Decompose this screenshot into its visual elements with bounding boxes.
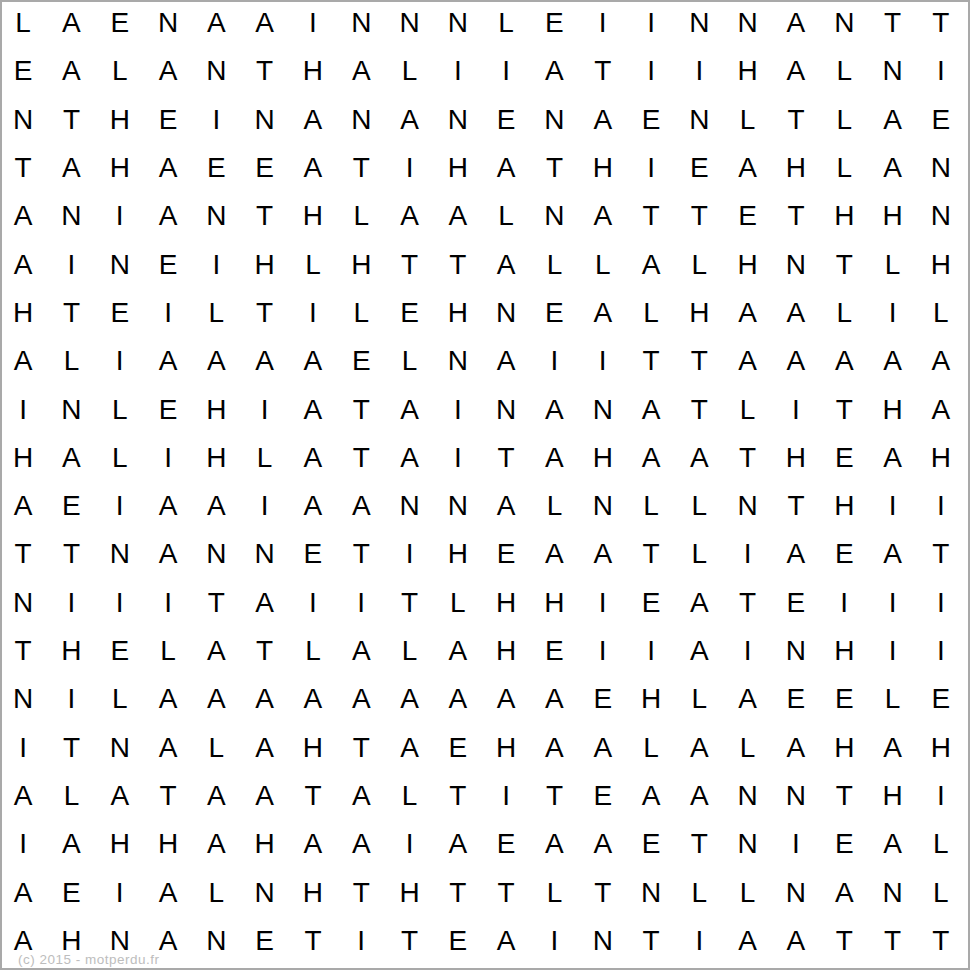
grid-cell[interactable]: H [434, 144, 482, 192]
grid-cell[interactable]: I [723, 627, 771, 675]
grid-cell[interactable]: I [579, 337, 627, 385]
grid-cell[interactable]: A [144, 675, 192, 723]
grid-cell[interactable]: N [820, 0, 868, 47]
grid-cell[interactable]: H [337, 240, 385, 288]
grid-cell[interactable]: A [144, 192, 192, 240]
grid-cell[interactable]: I [627, 0, 675, 47]
grid-cell[interactable]: A [289, 337, 337, 385]
grid-cell[interactable]: I [868, 579, 916, 627]
grid-cell[interactable]: A [868, 144, 916, 192]
grid-cell[interactable]: T [723, 434, 771, 482]
grid-cell[interactable]: L [530, 868, 578, 916]
grid-cell[interactable]: A [0, 917, 47, 965]
grid-cell[interactable]: L [385, 627, 433, 675]
grid-cell[interactable]: T [868, 0, 916, 47]
grid-cell[interactable]: L [47, 337, 95, 385]
grid-cell[interactable]: T [482, 434, 530, 482]
grid-cell[interactable]: I [917, 47, 965, 95]
grid-cell[interactable]: A [385, 192, 433, 240]
grid-cell[interactable]: E [96, 0, 144, 47]
grid-cell[interactable]: E [530, 627, 578, 675]
grid-cell[interactable]: A [772, 337, 820, 385]
grid-cell[interactable]: A [579, 820, 627, 868]
grid-cell[interactable]: T [627, 337, 675, 385]
grid-cell[interactable]: T [289, 917, 337, 965]
grid-cell[interactable]: I [482, 47, 530, 95]
grid-cell[interactable]: A [240, 772, 288, 820]
grid-cell[interactable]: A [482, 917, 530, 965]
grid-cell[interactable]: E [240, 144, 288, 192]
grid-cell[interactable]: H [482, 723, 530, 771]
grid-cell[interactable]: A [868, 337, 916, 385]
grid-cell[interactable]: A [482, 337, 530, 385]
grid-cell[interactable]: E [96, 627, 144, 675]
grid-cell[interactable]: A [917, 385, 965, 433]
grid-cell[interactable]: A [240, 337, 288, 385]
grid-cell[interactable]: A [675, 723, 723, 771]
grid-cell[interactable]: N [723, 482, 771, 530]
grid-cell[interactable]: E [530, 289, 578, 337]
grid-cell[interactable]: T [675, 192, 723, 240]
grid-cell[interactable]: H [96, 96, 144, 144]
grid-cell[interactable]: L [530, 482, 578, 530]
grid-cell[interactable]: T [240, 192, 288, 240]
grid-cell[interactable]: I [579, 0, 627, 47]
grid-cell[interactable]: E [47, 868, 95, 916]
grid-cell[interactable]: T [240, 627, 288, 675]
grid-cell[interactable]: I [772, 820, 820, 868]
grid-cell[interactable]: A [240, 723, 288, 771]
grid-cell[interactable]: H [627, 675, 675, 723]
grid-cell[interactable]: T [675, 337, 723, 385]
grid-cell[interactable]: N [723, 820, 771, 868]
grid-cell[interactable]: A [0, 240, 47, 288]
grid-cell[interactable]: A [0, 337, 47, 385]
grid-cell[interactable]: N [192, 917, 240, 965]
grid-cell[interactable]: A [530, 675, 578, 723]
grid-cell[interactable]: H [772, 434, 820, 482]
grid-cell[interactable]: T [820, 772, 868, 820]
grid-cell[interactable]: T [385, 917, 433, 965]
grid-cell[interactable]: I [434, 47, 482, 95]
grid-cell[interactable]: H [192, 434, 240, 482]
grid-cell[interactable]: A [530, 820, 578, 868]
grid-cell[interactable]: N [434, 482, 482, 530]
grid-cell[interactable]: A [917, 337, 965, 385]
grid-cell[interactable]: E [579, 772, 627, 820]
grid-cell[interactable]: N [772, 868, 820, 916]
grid-cell[interactable]: T [337, 723, 385, 771]
grid-cell[interactable]: L [868, 675, 916, 723]
grid-cell[interactable]: I [289, 579, 337, 627]
grid-cell[interactable]: A [337, 627, 385, 675]
grid-cell[interactable]: T [434, 772, 482, 820]
grid-cell[interactable]: A [289, 434, 337, 482]
grid-cell[interactable]: T [337, 434, 385, 482]
grid-cell[interactable]: T [723, 579, 771, 627]
grid-cell[interactable]: I [96, 482, 144, 530]
grid-cell[interactable]: E [385, 289, 433, 337]
grid-cell[interactable]: L [723, 868, 771, 916]
grid-cell[interactable]: E [337, 337, 385, 385]
grid-cell[interactable]: A [530, 385, 578, 433]
grid-cell[interactable]: E [820, 675, 868, 723]
grid-cell[interactable]: A [868, 530, 916, 578]
grid-cell[interactable]: A [579, 723, 627, 771]
grid-cell[interactable]: N [675, 96, 723, 144]
grid-cell[interactable]: A [385, 723, 433, 771]
grid-cell[interactable]: I [530, 917, 578, 965]
grid-cell[interactable]: T [240, 47, 288, 95]
grid-cell[interactable]: T [144, 772, 192, 820]
grid-cell[interactable]: I [385, 144, 433, 192]
grid-cell[interactable]: L [192, 289, 240, 337]
grid-cell[interactable]: N [144, 0, 192, 47]
grid-cell[interactable]: I [579, 627, 627, 675]
grid-cell[interactable]: N [96, 917, 144, 965]
grid-cell[interactable]: H [240, 240, 288, 288]
grid-cell[interactable]: N [772, 772, 820, 820]
grid-cell[interactable]: A [434, 627, 482, 675]
grid-cell[interactable]: I [530, 337, 578, 385]
grid-cell[interactable]: A [530, 723, 578, 771]
grid-cell[interactable]: T [337, 144, 385, 192]
grid-cell[interactable]: E [723, 192, 771, 240]
grid-cell[interactable]: L [96, 47, 144, 95]
grid-cell[interactable]: E [434, 917, 482, 965]
grid-cell[interactable]: E [530, 0, 578, 47]
grid-cell[interactable]: H [917, 240, 965, 288]
grid-cell[interactable]: A [482, 675, 530, 723]
grid-cell[interactable]: A [144, 144, 192, 192]
grid-cell[interactable]: I [0, 820, 47, 868]
grid-cell[interactable]: A [820, 868, 868, 916]
grid-cell[interactable]: E [675, 144, 723, 192]
grid-cell[interactable]: N [240, 530, 288, 578]
grid-cell[interactable]: N [627, 868, 675, 916]
grid-cell[interactable]: H [868, 192, 916, 240]
grid-cell[interactable]: A [772, 289, 820, 337]
grid-cell[interactable]: E [627, 579, 675, 627]
grid-cell[interactable]: A [240, 579, 288, 627]
grid-cell[interactable]: T [917, 0, 965, 47]
grid-cell[interactable]: L [192, 723, 240, 771]
grid-cell[interactable]: H [530, 579, 578, 627]
grid-cell[interactable]: A [144, 868, 192, 916]
grid-cell[interactable]: I [0, 385, 47, 433]
grid-cell[interactable]: T [385, 579, 433, 627]
grid-cell[interactable]: I [723, 530, 771, 578]
grid-cell[interactable]: A [0, 868, 47, 916]
grid-cell[interactable]: T [917, 530, 965, 578]
grid-cell[interactable]: E [434, 723, 482, 771]
grid-cell[interactable]: N [530, 192, 578, 240]
grid-cell[interactable]: N [0, 96, 47, 144]
grid-cell[interactable]: A [289, 675, 337, 723]
grid-cell[interactable]: A [385, 385, 433, 433]
grid-cell[interactable]: A [434, 820, 482, 868]
grid-cell[interactable]: I [192, 96, 240, 144]
grid-cell[interactable]: E [772, 675, 820, 723]
grid-cell[interactable]: L [868, 240, 916, 288]
grid-cell[interactable]: A [337, 772, 385, 820]
grid-cell[interactable]: A [192, 337, 240, 385]
grid-cell[interactable]: A [144, 530, 192, 578]
grid-cell[interactable]: T [772, 482, 820, 530]
grid-cell[interactable]: H [47, 627, 95, 675]
grid-cell[interactable]: L [579, 240, 627, 288]
grid-cell[interactable]: N [240, 96, 288, 144]
grid-cell[interactable]: A [47, 0, 95, 47]
grid-cell[interactable]: A [772, 723, 820, 771]
grid-cell[interactable]: L [820, 289, 868, 337]
grid-cell[interactable]: L [96, 385, 144, 433]
grid-cell[interactable]: A [868, 820, 916, 868]
grid-cell[interactable]: H [482, 627, 530, 675]
grid-cell[interactable]: E [579, 675, 627, 723]
grid-cell[interactable]: L [627, 482, 675, 530]
grid-cell[interactable]: N [917, 192, 965, 240]
grid-cell[interactable]: H [289, 192, 337, 240]
grid-cell[interactable]: A [192, 0, 240, 47]
grid-cell[interactable]: L [675, 530, 723, 578]
grid-cell[interactable]: T [0, 144, 47, 192]
grid-cell[interactable]: A [579, 530, 627, 578]
grid-cell[interactable]: N [385, 482, 433, 530]
grid-cell[interactable]: A [723, 289, 771, 337]
grid-cell[interactable]: I [96, 337, 144, 385]
grid-cell[interactable]: L [820, 96, 868, 144]
grid-cell[interactable]: N [240, 868, 288, 916]
grid-cell[interactable]: T [482, 868, 530, 916]
grid-cell[interactable]: T [820, 240, 868, 288]
grid-cell[interactable]: I [47, 240, 95, 288]
grid-cell[interactable]: N [385, 0, 433, 47]
grid-cell[interactable]: A [772, 917, 820, 965]
grid-cell[interactable]: H [820, 627, 868, 675]
grid-cell[interactable]: A [144, 337, 192, 385]
grid-cell[interactable]: A [723, 144, 771, 192]
grid-cell[interactable]: L [385, 772, 433, 820]
grid-cell[interactable]: H [434, 289, 482, 337]
grid-cell[interactable]: T [820, 385, 868, 433]
grid-cell[interactable]: A [337, 820, 385, 868]
grid-cell[interactable]: L [96, 434, 144, 482]
grid-cell[interactable]: A [192, 675, 240, 723]
grid-cell[interactable]: A [192, 482, 240, 530]
grid-cell[interactable]: N [192, 192, 240, 240]
grid-cell[interactable]: T [434, 868, 482, 916]
grid-cell[interactable]: I [627, 627, 675, 675]
grid-cell[interactable]: A [579, 192, 627, 240]
grid-cell[interactable]: N [579, 917, 627, 965]
grid-cell[interactable]: A [192, 627, 240, 675]
grid-cell[interactable]: A [240, 0, 288, 47]
grid-cell[interactable]: L [723, 96, 771, 144]
grid-cell[interactable]: T [47, 723, 95, 771]
grid-cell[interactable]: A [289, 482, 337, 530]
grid-cell[interactable]: L [482, 0, 530, 47]
grid-cell[interactable]: I [240, 482, 288, 530]
grid-cell[interactable]: T [434, 240, 482, 288]
grid-cell[interactable]: T [47, 96, 95, 144]
grid-cell[interactable]: A [675, 772, 723, 820]
grid-cell[interactable]: I [144, 579, 192, 627]
grid-cell[interactable]: L [289, 627, 337, 675]
grid-cell[interactable]: T [868, 917, 916, 965]
grid-cell[interactable]: N [96, 723, 144, 771]
grid-cell[interactable]: L [675, 868, 723, 916]
grid-cell[interactable]: A [385, 434, 433, 482]
grid-cell[interactable]: T [47, 530, 95, 578]
grid-cell[interactable]: A [675, 434, 723, 482]
grid-cell[interactable]: E [820, 530, 868, 578]
grid-cell[interactable]: L [917, 820, 965, 868]
grid-cell[interactable]: L [385, 337, 433, 385]
grid-cell[interactable]: N [96, 530, 144, 578]
grid-cell[interactable]: A [723, 337, 771, 385]
grid-cell[interactable]: T [579, 868, 627, 916]
grid-cell[interactable]: A [627, 772, 675, 820]
grid-cell[interactable]: E [820, 434, 868, 482]
grid-cell[interactable]: A [289, 820, 337, 868]
grid-cell[interactable]: I [917, 482, 965, 530]
grid-cell[interactable]: E [482, 96, 530, 144]
grid-cell[interactable]: I [385, 820, 433, 868]
grid-cell[interactable]: N [579, 482, 627, 530]
grid-cell[interactable]: A [47, 820, 95, 868]
grid-cell[interactable]: A [144, 917, 192, 965]
grid-cell[interactable]: H [0, 434, 47, 482]
grid-cell[interactable]: H [772, 144, 820, 192]
grid-cell[interactable]: A [385, 675, 433, 723]
grid-cell[interactable]: A [772, 0, 820, 47]
grid-cell[interactable]: I [917, 579, 965, 627]
grid-cell[interactable]: I [96, 192, 144, 240]
grid-cell[interactable]: A [47, 47, 95, 95]
grid-cell[interactable]: E [144, 240, 192, 288]
grid-cell[interactable]: N [47, 385, 95, 433]
grid-cell[interactable]: A [579, 289, 627, 337]
grid-cell[interactable]: L [240, 434, 288, 482]
grid-cell[interactable]: I [434, 434, 482, 482]
grid-cell[interactable]: E [627, 96, 675, 144]
grid-cell[interactable]: H [192, 385, 240, 433]
grid-cell[interactable]: E [144, 96, 192, 144]
grid-cell[interactable]: A [579, 96, 627, 144]
grid-cell[interactable]: N [723, 772, 771, 820]
grid-cell[interactable]: H [868, 385, 916, 433]
grid-cell[interactable]: N [434, 96, 482, 144]
grid-cell[interactable]: H [289, 723, 337, 771]
grid-cell[interactable]: N [868, 47, 916, 95]
grid-cell[interactable]: E [0, 47, 47, 95]
grid-cell[interactable]: I [289, 289, 337, 337]
grid-cell[interactable]: I [47, 675, 95, 723]
grid-cell[interactable]: A [0, 192, 47, 240]
grid-cell[interactable]: A [482, 482, 530, 530]
grid-cell[interactable]: H [434, 530, 482, 578]
grid-cell[interactable]: A [96, 772, 144, 820]
grid-cell[interactable]: I [0, 723, 47, 771]
grid-cell[interactable]: T [820, 917, 868, 965]
grid-cell[interactable]: L [482, 192, 530, 240]
grid-cell[interactable]: H [820, 192, 868, 240]
grid-cell[interactable]: H [240, 820, 288, 868]
grid-cell[interactable]: E [482, 820, 530, 868]
grid-cell[interactable]: N [772, 627, 820, 675]
grid-cell[interactable]: A [192, 820, 240, 868]
grid-cell[interactable]: A [482, 144, 530, 192]
grid-cell[interactable]: I [917, 772, 965, 820]
grid-cell[interactable]: E [289, 530, 337, 578]
grid-cell[interactable]: I [434, 385, 482, 433]
grid-cell[interactable]: L [0, 0, 47, 47]
grid-cell[interactable]: A [337, 482, 385, 530]
grid-cell[interactable]: E [820, 820, 868, 868]
grid-cell[interactable]: A [868, 96, 916, 144]
grid-cell[interactable]: N [337, 0, 385, 47]
grid-cell[interactable]: L [289, 240, 337, 288]
grid-cell[interactable]: A [820, 337, 868, 385]
grid-cell[interactable]: T [337, 385, 385, 433]
grid-cell[interactable]: E [482, 530, 530, 578]
grid-cell[interactable]: H [820, 482, 868, 530]
grid-cell[interactable]: L [723, 723, 771, 771]
grid-cell[interactable]: H [675, 289, 723, 337]
grid-cell[interactable]: I [240, 385, 288, 433]
grid-cell[interactable]: H [289, 868, 337, 916]
grid-cell[interactable]: T [0, 530, 47, 578]
grid-cell[interactable]: L [675, 240, 723, 288]
grid-cell[interactable]: T [385, 240, 433, 288]
grid-cell[interactable]: I [675, 47, 723, 95]
grid-cell[interactable]: L [144, 627, 192, 675]
grid-cell[interactable]: T [579, 47, 627, 95]
grid-cell[interactable]: L [917, 289, 965, 337]
grid-cell[interactable]: N [482, 385, 530, 433]
grid-cell[interactable]: T [627, 192, 675, 240]
grid-cell[interactable]: E [144, 385, 192, 433]
grid-cell[interactable]: A [868, 434, 916, 482]
grid-cell[interactable]: E [917, 96, 965, 144]
grid-cell[interactable]: A [434, 675, 482, 723]
grid-cell[interactable]: E [192, 144, 240, 192]
grid-cell[interactable]: H [723, 47, 771, 95]
grid-cell[interactable]: A [289, 385, 337, 433]
grid-cell[interactable]: T [337, 868, 385, 916]
grid-cell[interactable]: A [482, 240, 530, 288]
grid-cell[interactable]: A [772, 530, 820, 578]
grid-cell[interactable]: T [337, 530, 385, 578]
grid-cell[interactable]: I [579, 579, 627, 627]
grid-cell[interactable]: I [144, 289, 192, 337]
grid-cell[interactable]: H [289, 47, 337, 95]
grid-cell[interactable]: A [289, 144, 337, 192]
grid-cell[interactable]: T [192, 579, 240, 627]
grid-cell[interactable]: A [627, 240, 675, 288]
grid-cell[interactable]: T [530, 144, 578, 192]
grid-cell[interactable]: A [47, 434, 95, 482]
grid-cell[interactable]: H [96, 820, 144, 868]
grid-cell[interactable]: H [0, 289, 47, 337]
grid-cell[interactable]: A [723, 675, 771, 723]
grid-cell[interactable]: N [675, 0, 723, 47]
grid-cell[interactable]: E [96, 289, 144, 337]
grid-cell[interactable]: A [192, 772, 240, 820]
grid-cell[interactable]: T [240, 289, 288, 337]
grid-cell[interactable]: N [482, 289, 530, 337]
